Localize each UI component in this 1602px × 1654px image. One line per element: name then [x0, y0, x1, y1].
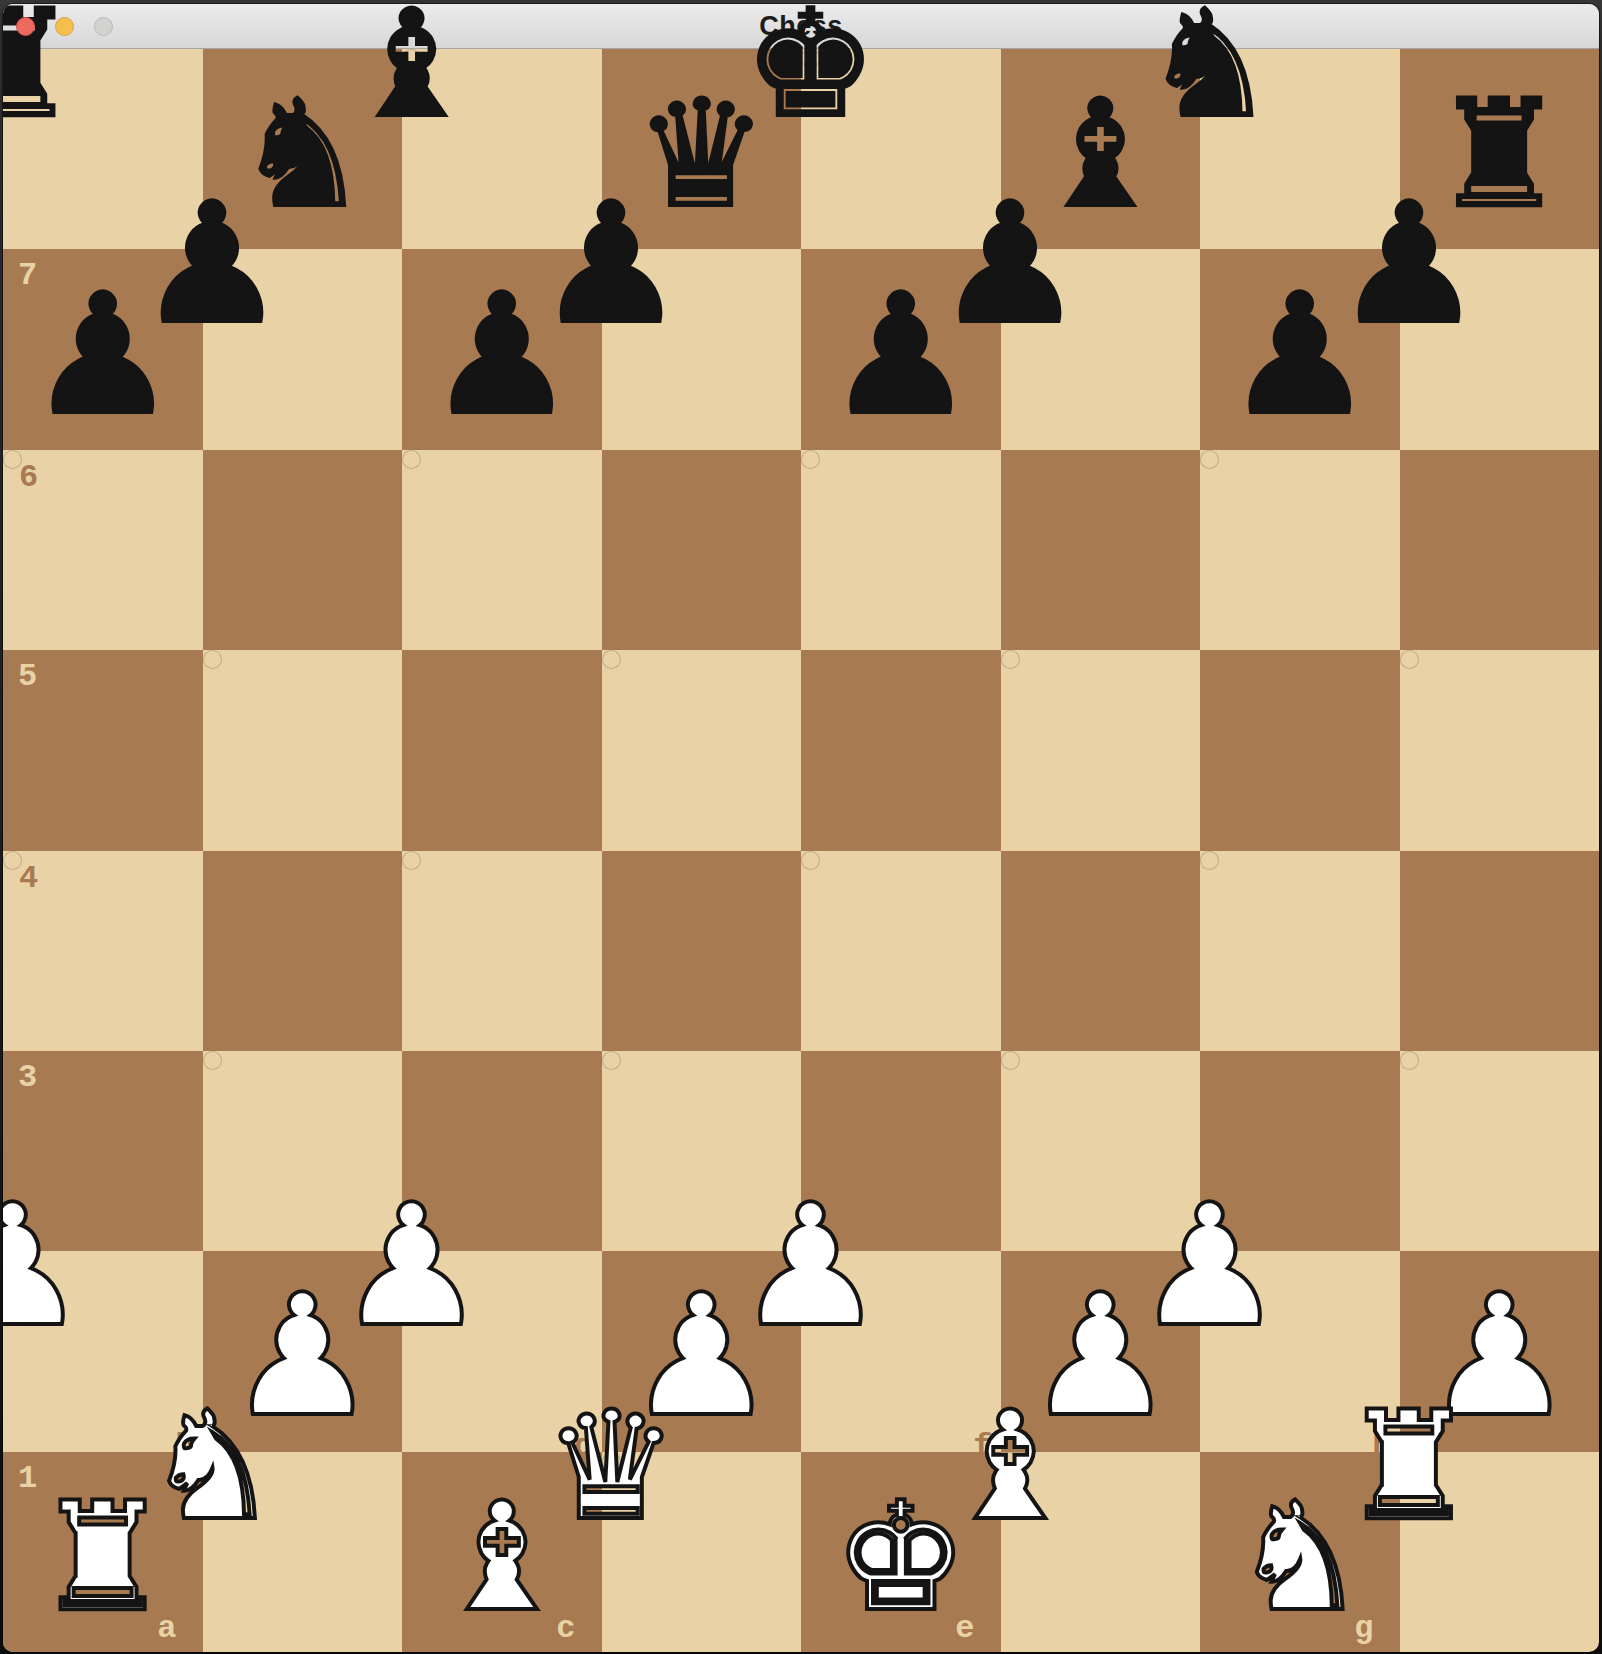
white-pawn[interactable]: ♟ [1134, 1182, 1285, 1350]
white-bishop[interactable]: ♝ [943, 1391, 1077, 1541]
square-a6[interactable]: 6 [3, 450, 22, 469]
square-a5[interactable]: 5 [3, 650, 203, 850]
square-g5[interactable] [1200, 650, 1400, 850]
square-h3[interactable] [1400, 1051, 1419, 1070]
rank-label-6: 6 [19, 462, 38, 494]
square-d3[interactable] [602, 1051, 621, 1070]
chess-board: 8♜♞♝♛♚♝♞♜7♟♟♟♟♟♟♟♟65432♟♟♟♟♟♟♟♟1a♜b♞c♝d♛… [3, 49, 1599, 1652]
white-rook[interactable]: ♜ [1342, 1391, 1476, 1541]
black-pawn[interactable]: ♟ [137, 180, 288, 348]
square-f6[interactable] [1001, 450, 1201, 650]
minimize-button[interactable] [55, 17, 74, 36]
close-button[interactable] [16, 17, 35, 36]
square-d6[interactable] [602, 450, 802, 650]
square-a8[interactable]: 8♜ [3, 49, 22, 68]
square-h1[interactable]: h♜ [1400, 1452, 1419, 1471]
square-g8[interactable]: ♞ [1200, 49, 1219, 68]
square-d7[interactable]: ♟ [602, 249, 621, 268]
square-c8[interactable]: ♝ [402, 49, 421, 68]
zoom-button[interactable] [94, 17, 113, 36]
rank-label-1: 1 [18, 1463, 37, 1495]
white-pawn[interactable]: ♟ [3, 1182, 88, 1350]
black-bishop[interactable]: ♝ [344, 4, 478, 139]
square-e8[interactable]: ♚ [801, 49, 820, 68]
square-b5[interactable] [203, 650, 222, 669]
square-c6[interactable] [402, 450, 421, 469]
chess-window: Chess 8♜♞♝♛♚♝♞♜7♟♟♟♟♟♟♟♟65432♟♟♟♟♟♟♟♟1a♜… [3, 4, 1599, 1652]
traffic-lights [3, 17, 113, 36]
black-king[interactable]: ♚ [743, 4, 877, 139]
square-g2[interactable]: ♟ [1200, 1251, 1219, 1270]
square-d4[interactable] [602, 851, 802, 1051]
rank-label-3: 3 [18, 1062, 37, 1094]
square-a2[interactable]: 2♟ [3, 1251, 22, 1270]
square-b3[interactable] [203, 1051, 222, 1070]
square-b7[interactable]: ♟ [203, 249, 222, 268]
white-pawn[interactable]: ♟ [336, 1182, 487, 1350]
square-b4[interactable] [203, 851, 403, 1051]
square-c2[interactable]: ♟ [402, 1251, 421, 1270]
square-e2[interactable]: ♟ [801, 1251, 820, 1270]
square-f3[interactable] [1001, 1051, 1020, 1070]
square-a4[interactable]: 4 [3, 851, 22, 870]
square-h6[interactable] [1400, 450, 1600, 650]
square-d5[interactable] [602, 650, 621, 669]
black-pawn[interactable]: ♟ [1334, 180, 1485, 348]
square-f7[interactable]: ♟ [1001, 249, 1020, 268]
square-f4[interactable] [1001, 851, 1201, 1051]
square-c4[interactable] [402, 851, 421, 870]
square-b1[interactable]: b♞ [203, 1452, 222, 1471]
square-g6[interactable] [1200, 450, 1219, 469]
rank-label-4: 4 [19, 863, 38, 895]
square-c5[interactable] [402, 650, 602, 850]
black-knight[interactable]: ♞ [1142, 4, 1276, 139]
white-knight[interactable]: ♞ [145, 1391, 279, 1541]
square-b6[interactable] [203, 450, 403, 650]
black-pawn[interactable]: ♟ [536, 180, 687, 348]
black-pawn[interactable]: ♟ [935, 180, 1086, 348]
square-h4[interactable] [1400, 851, 1600, 1051]
square-h5[interactable] [1400, 650, 1419, 669]
square-f1[interactable]: f♝ [1001, 1452, 1020, 1471]
square-e6[interactable] [801, 450, 820, 469]
square-e5[interactable] [801, 650, 1001, 850]
white-queen[interactable]: ♛ [544, 1391, 678, 1541]
square-h7[interactable]: ♟ [1400, 249, 1419, 268]
white-pawn[interactable]: ♟ [735, 1182, 886, 1350]
square-g4[interactable] [1200, 851, 1219, 870]
rank-label-5: 5 [18, 661, 37, 693]
square-d1[interactable]: d♛ [602, 1452, 621, 1471]
square-e4[interactable] [801, 851, 820, 870]
square-f5[interactable] [1001, 650, 1020, 669]
